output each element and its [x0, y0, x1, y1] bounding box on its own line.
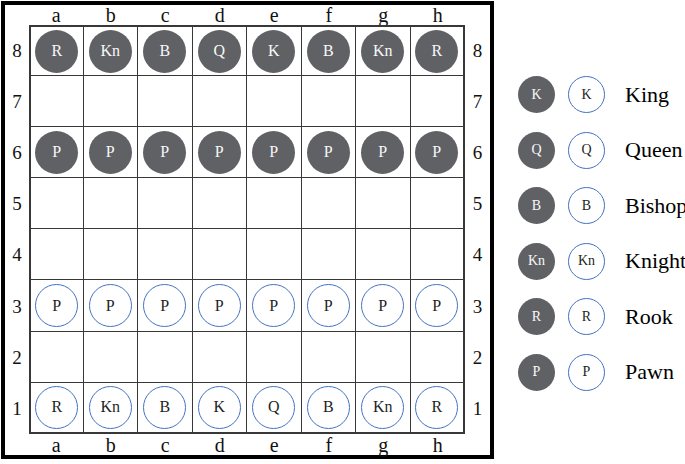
square-f3[interactable]: P	[302, 280, 357, 331]
square-g5[interactable]	[356, 178, 411, 229]
square-d8[interactable]: Q	[193, 25, 248, 76]
rank-label-4-left: 4	[5, 229, 29, 280]
rank-label-3-left: 3	[5, 280, 29, 331]
legend-light-piece-knight: Kn	[568, 243, 605, 280]
file-label-f-bottom: f	[302, 434, 357, 456]
square-h6[interactable]: P	[411, 127, 466, 178]
piece-dark-p-e6[interactable]: P	[252, 131, 295, 174]
square-d3[interactable]: P	[193, 280, 248, 331]
piece-light-p-c3[interactable]: P	[143, 284, 186, 327]
file-label-d-top: d	[193, 5, 248, 25]
square-g1[interactable]: Kn	[356, 383, 411, 434]
square-d1[interactable]: K	[193, 383, 248, 434]
square-e4[interactable]	[247, 229, 302, 280]
piece-dark-b-f8[interactable]: B	[307, 30, 350, 73]
piece-light-q-e1[interactable]: Q	[252, 386, 295, 429]
square-e7[interactable]	[247, 76, 302, 127]
square-a2[interactable]	[29, 332, 84, 383]
square-a8[interactable]: R	[29, 25, 84, 76]
square-h2[interactable]	[411, 332, 466, 383]
rank-label-5-left: 5	[5, 178, 29, 229]
legend-light-piece-rook: R	[568, 298, 605, 335]
square-c6[interactable]: P	[138, 127, 193, 178]
square-g6[interactable]: P	[356, 127, 411, 178]
rank-label-4-right: 4	[465, 229, 490, 280]
legend-label-knight: Knight	[625, 250, 685, 272]
square-e6[interactable]: P	[247, 127, 302, 178]
file-label-c-bottom: c	[138, 434, 193, 456]
square-g4[interactable]	[356, 229, 411, 280]
board-corner	[5, 434, 29, 456]
rank-label-1-left: 1	[5, 383, 29, 434]
square-a3[interactable]: P	[29, 280, 84, 331]
square-b3[interactable]: P	[84, 280, 139, 331]
piece-light-b-f1[interactable]: B	[307, 386, 350, 429]
legend-dark-piece-pawn: P	[518, 354, 555, 391]
piece-dark-k-e8[interactable]: K	[252, 30, 295, 73]
square-b7[interactable]	[84, 76, 139, 127]
square-b1[interactable]: Kn	[84, 383, 139, 434]
rank-label-6-left: 6	[5, 127, 29, 178]
piece-dark-kn-b8[interactable]: Kn	[89, 30, 132, 73]
legend-row-knight: KnKnKnight	[518, 243, 685, 280]
rank-label-7-left: 7	[5, 76, 29, 127]
piece-dark-p-a6[interactable]: P	[35, 131, 78, 174]
piece-light-kn-g1[interactable]: Kn	[361, 386, 404, 429]
square-f1[interactable]: B	[302, 383, 357, 434]
square-f4[interactable]	[302, 229, 357, 280]
file-label-f-top: f	[302, 5, 357, 25]
file-label-h-bottom: h	[411, 434, 466, 456]
piece-light-p-f3[interactable]: P	[307, 284, 350, 327]
square-e1[interactable]: Q	[247, 383, 302, 434]
legend-light-piece-pawn: P	[568, 354, 605, 391]
square-d6[interactable]: P	[193, 127, 248, 178]
board-corner	[465, 434, 490, 456]
rank-label-6-right: 6	[465, 127, 490, 178]
legend-label-rook: Rook	[625, 306, 673, 328]
square-e5[interactable]	[247, 178, 302, 229]
square-f8[interactable]: B	[302, 25, 357, 76]
square-c3[interactable]: P	[138, 280, 193, 331]
square-a4[interactable]	[29, 229, 84, 280]
square-a1[interactable]: R	[29, 383, 84, 434]
legend-dark-piece-knight: Kn	[518, 243, 555, 280]
square-a6[interactable]: P	[29, 127, 84, 178]
legend-dark-piece-king: K	[518, 76, 555, 113]
rank-label-3-right: 3	[465, 280, 490, 331]
piece-light-kn-b1[interactable]: Kn	[89, 386, 132, 429]
square-f6[interactable]: P	[302, 127, 357, 178]
square-c4[interactable]	[138, 229, 193, 280]
file-label-e-top: e	[247, 5, 302, 25]
piece-light-r-a1[interactable]: R	[35, 386, 78, 429]
legend-label-pawn: Pawn	[625, 361, 674, 383]
piece-dark-p-d6[interactable]: P	[198, 131, 241, 174]
square-d2[interactable]	[193, 332, 248, 383]
file-label-h-top: h	[411, 5, 466, 25]
piece-dark-p-b6[interactable]: P	[89, 131, 132, 174]
legend-dark-piece-queen: Q	[518, 132, 555, 169]
square-c1[interactable]: B	[138, 383, 193, 434]
piece-light-b-c1[interactable]: B	[143, 386, 186, 429]
piece-light-p-b3[interactable]: P	[89, 284, 132, 327]
file-label-g-bottom: g	[356, 434, 411, 456]
square-f2[interactable]	[302, 332, 357, 383]
square-d4[interactable]	[193, 229, 248, 280]
rank-label-8-right: 8	[465, 25, 490, 76]
legend-light-piece-king: K	[568, 76, 605, 113]
piece-dark-p-g6[interactable]: P	[361, 131, 404, 174]
board-corner	[5, 5, 29, 25]
piece-dark-kn-g8[interactable]: Kn	[361, 30, 404, 73]
piece-dark-r-a8[interactable]: R	[35, 30, 78, 73]
square-g3[interactable]: P	[356, 280, 411, 331]
piece-dark-p-h6[interactable]: P	[415, 131, 458, 174]
legend-row-king: KKKing	[518, 76, 685, 113]
file-label-a-bottom: a	[29, 434, 84, 456]
square-e8[interactable]: K	[247, 25, 302, 76]
square-b2[interactable]	[84, 332, 139, 383]
piece-dark-q-d8[interactable]: Q	[198, 30, 241, 73]
rank-label-7-right: 7	[465, 76, 490, 127]
piece-light-k-d1[interactable]: K	[198, 386, 241, 429]
piece-dark-p-c6[interactable]: P	[143, 131, 186, 174]
square-c7[interactable]	[138, 76, 193, 127]
square-g8[interactable]: Kn	[356, 25, 411, 76]
square-c5[interactable]	[138, 178, 193, 229]
rank-label-8-left: 8	[5, 25, 29, 76]
legend-row-queen: QQQueen	[518, 132, 685, 169]
piece-light-p-g3[interactable]: P	[361, 284, 404, 327]
file-label-e-bottom: e	[247, 434, 302, 456]
piece-light-p-a3[interactable]: P	[35, 284, 78, 327]
piece-dark-p-f6[interactable]: P	[307, 131, 350, 174]
square-a5[interactable]	[29, 178, 84, 229]
piece-light-r-h1[interactable]: R	[415, 386, 458, 429]
piece-dark-b-c8[interactable]: B	[143, 30, 186, 73]
rank-label-2-left: 2	[5, 332, 29, 383]
legend-row-bishop: BBBishop	[518, 187, 685, 224]
square-c8[interactable]: B	[138, 25, 193, 76]
legend-dark-piece-bishop: B	[518, 187, 555, 224]
square-b8[interactable]: Kn	[84, 25, 139, 76]
square-h8[interactable]: R	[411, 25, 466, 76]
piece-light-p-h3[interactable]: P	[415, 284, 458, 327]
square-f7[interactable]	[302, 76, 357, 127]
legend-row-rook: RRRook	[518, 298, 685, 335]
file-label-g-top: g	[356, 5, 411, 25]
file-label-b-top: b	[84, 5, 139, 25]
file-label-b-bottom: b	[84, 434, 139, 456]
square-c2[interactable]	[138, 332, 193, 383]
square-h7[interactable]	[411, 76, 466, 127]
legend-label-king: King	[625, 84, 669, 106]
square-e3[interactable]: P	[247, 280, 302, 331]
square-b6[interactable]: P	[84, 127, 139, 178]
piece-light-p-e3[interactable]: P	[252, 284, 295, 327]
file-label-d-bottom: d	[193, 434, 248, 456]
square-h1[interactable]: R	[411, 383, 466, 434]
square-d7[interactable]	[193, 76, 248, 127]
file-label-a-top: a	[29, 5, 84, 25]
piece-dark-r-h8[interactable]: R	[415, 30, 458, 73]
board-corner	[465, 5, 490, 25]
chess-diagram: abcdefgh8RKnBQKBKnR8776PPPPPPPP655443PPP…	[0, 0, 685, 464]
square-a7[interactable]	[29, 76, 84, 127]
rank-label-1-right: 1	[465, 383, 490, 434]
square-d5[interactable]	[193, 178, 248, 229]
chess-board: abcdefgh8RKnBQKBKnR8776PPPPPPPP655443PPP…	[1, 1, 494, 459]
square-g2[interactable]	[356, 332, 411, 383]
square-f5[interactable]	[302, 178, 357, 229]
rank-label-5-right: 5	[465, 178, 490, 229]
legend-dark-piece-rook: R	[518, 298, 555, 335]
legend: KKKingQQQueenBBBishopKnKnKnightRRRookPPP…	[518, 76, 685, 409]
legend-row-pawn: PPPawn	[518, 354, 685, 391]
legend-light-piece-bishop: B	[568, 187, 605, 224]
square-b4[interactable]	[84, 229, 139, 280]
square-h5[interactable]	[411, 178, 466, 229]
square-h4[interactable]	[411, 229, 466, 280]
square-b5[interactable]	[84, 178, 139, 229]
legend-label-bishop: Bishop	[625, 195, 685, 217]
legend-light-piece-queen: Q	[568, 132, 605, 169]
rank-label-2-right: 2	[465, 332, 490, 383]
legend-label-queen: Queen	[625, 139, 682, 161]
square-e2[interactable]	[247, 332, 302, 383]
chess-board-grid: abcdefgh8RKnBQKBKnR8776PPPPPPPP655443PPP…	[5, 5, 490, 455]
file-label-c-top: c	[138, 5, 193, 25]
square-g7[interactable]	[356, 76, 411, 127]
square-h3[interactable]: P	[411, 280, 466, 331]
piece-light-p-d3[interactable]: P	[198, 284, 241, 327]
